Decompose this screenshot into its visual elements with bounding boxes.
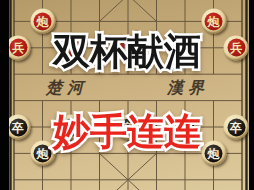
pieces-layer: 炮炮兵兵兵兵兵卒卒卒卒卒炮炮	[9, 0, 249, 190]
red-cannon-file8[interactable]: 炮	[201, 9, 226, 34]
cannon-glyph: 炮	[208, 15, 220, 27]
cannon-glyph: 炮	[37, 15, 49, 27]
xiangqi-board[interactable]: 楚河 漢界 炮炮兵兵兵兵兵卒卒卒卒卒炮炮	[9, 0, 249, 190]
red-piece-disc: 炮	[205, 12, 223, 30]
red-cannon-file2[interactable]: 炮	[30, 9, 55, 34]
red-piece-disc: 炮	[34, 12, 52, 30]
xiangqi-screenshot: 楚河 漢界 炮炮兵兵兵兵兵卒卒卒卒卒炮炮 双杯献酒 妙手连连	[0, 0, 254, 190]
caption-top: 双杯献酒	[0, 33, 254, 70]
caption-bottom: 妙手连连	[0, 113, 254, 150]
letterbox-right-bar	[249, 0, 254, 190]
letterbox-left-bar	[0, 0, 9, 190]
